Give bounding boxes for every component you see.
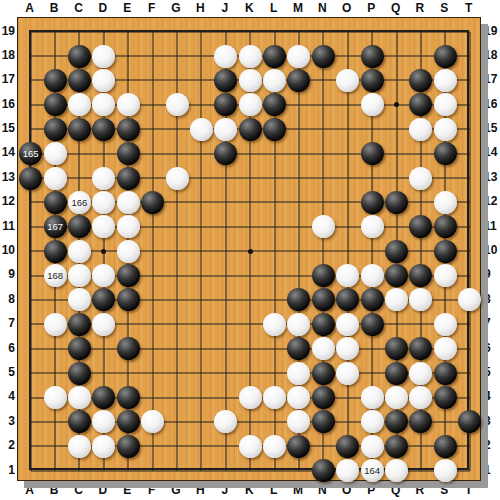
intersection-J9[interactable] bbox=[214, 263, 238, 287]
intersection-A14[interactable]: 165 bbox=[19, 141, 43, 165]
intersection-F19[interactable] bbox=[140, 20, 164, 44]
intersection-O15[interactable] bbox=[336, 117, 360, 141]
intersection-G7[interactable] bbox=[165, 312, 189, 336]
intersection-M9[interactable] bbox=[287, 263, 311, 287]
intersection-O13[interactable] bbox=[336, 166, 360, 190]
intersection-E16[interactable] bbox=[116, 93, 140, 117]
intersection-P12[interactable] bbox=[360, 190, 384, 214]
intersection-K2[interactable] bbox=[238, 434, 262, 458]
intersection-L17[interactable] bbox=[262, 68, 286, 92]
intersection-R15[interactable] bbox=[409, 117, 433, 141]
intersection-A16[interactable] bbox=[19, 93, 43, 117]
intersection-A18[interactable] bbox=[19, 44, 43, 68]
intersection-M5[interactable] bbox=[287, 361, 311, 385]
intersection-L13[interactable] bbox=[262, 166, 286, 190]
intersection-E11[interactable] bbox=[116, 215, 140, 239]
intersection-C12[interactable]: 166 bbox=[67, 190, 91, 214]
intersection-C14[interactable] bbox=[67, 141, 91, 165]
intersection-O18[interactable] bbox=[336, 44, 360, 68]
intersection-N13[interactable] bbox=[311, 166, 335, 190]
intersection-O9[interactable] bbox=[336, 263, 360, 287]
intersection-J17[interactable] bbox=[214, 68, 238, 92]
intersection-G6[interactable] bbox=[165, 337, 189, 361]
intersection-G16[interactable] bbox=[165, 93, 189, 117]
intersection-L14[interactable] bbox=[262, 141, 286, 165]
intersection-D17[interactable] bbox=[92, 68, 116, 92]
intersection-F14[interactable] bbox=[140, 141, 164, 165]
intersection-B8[interactable] bbox=[43, 288, 67, 312]
intersection-Q18[interactable] bbox=[384, 44, 408, 68]
intersection-F7[interactable] bbox=[140, 312, 164, 336]
intersection-H9[interactable] bbox=[189, 263, 213, 287]
intersection-G15[interactable] bbox=[165, 117, 189, 141]
intersection-S4[interactable] bbox=[433, 385, 457, 409]
intersection-C16[interactable] bbox=[67, 93, 91, 117]
intersection-O11[interactable] bbox=[336, 215, 360, 239]
intersection-B1[interactable] bbox=[43, 459, 67, 483]
intersection-L1[interactable] bbox=[262, 459, 286, 483]
intersection-E14[interactable] bbox=[116, 141, 140, 165]
intersection-M17[interactable] bbox=[287, 68, 311, 92]
intersection-J14[interactable] bbox=[214, 141, 238, 165]
intersection-H16[interactable] bbox=[189, 93, 213, 117]
intersection-N6[interactable] bbox=[311, 337, 335, 361]
intersection-C1[interactable] bbox=[67, 459, 91, 483]
intersection-N19[interactable] bbox=[311, 20, 335, 44]
intersection-F1[interactable] bbox=[140, 459, 164, 483]
intersection-K4[interactable] bbox=[238, 385, 262, 409]
intersection-D5[interactable] bbox=[92, 361, 116, 385]
intersection-P4[interactable] bbox=[360, 385, 384, 409]
intersection-B6[interactable] bbox=[43, 337, 67, 361]
intersection-F5[interactable] bbox=[140, 361, 164, 385]
intersection-Q2[interactable] bbox=[384, 434, 408, 458]
intersection-R10[interactable] bbox=[409, 239, 433, 263]
intersection-A17[interactable] bbox=[19, 68, 43, 92]
intersection-Q5[interactable] bbox=[384, 361, 408, 385]
intersection-K17[interactable] bbox=[238, 68, 262, 92]
intersection-T7[interactable] bbox=[458, 312, 482, 336]
intersection-L7[interactable] bbox=[262, 312, 286, 336]
intersection-T8[interactable] bbox=[458, 288, 482, 312]
intersection-G3[interactable] bbox=[165, 410, 189, 434]
intersection-M3[interactable] bbox=[287, 410, 311, 434]
intersection-T5[interactable] bbox=[458, 361, 482, 385]
intersection-B15[interactable] bbox=[43, 117, 67, 141]
intersection-L18[interactable] bbox=[262, 44, 286, 68]
intersection-T12[interactable] bbox=[458, 190, 482, 214]
intersection-B13[interactable] bbox=[43, 166, 67, 190]
intersection-M13[interactable] bbox=[287, 166, 311, 190]
intersection-B17[interactable] bbox=[43, 68, 67, 92]
intersection-G9[interactable] bbox=[165, 263, 189, 287]
intersection-R18[interactable] bbox=[409, 44, 433, 68]
intersection-G12[interactable] bbox=[165, 190, 189, 214]
intersection-P15[interactable] bbox=[360, 117, 384, 141]
intersection-J1[interactable] bbox=[214, 459, 238, 483]
intersection-S15[interactable] bbox=[433, 117, 457, 141]
intersection-L10[interactable] bbox=[262, 239, 286, 263]
intersection-H1[interactable] bbox=[189, 459, 213, 483]
intersection-A12[interactable] bbox=[19, 190, 43, 214]
intersection-S3[interactable] bbox=[433, 410, 457, 434]
intersection-E18[interactable] bbox=[116, 44, 140, 68]
intersection-Q17[interactable] bbox=[384, 68, 408, 92]
intersection-O12[interactable] bbox=[336, 190, 360, 214]
intersection-F6[interactable] bbox=[140, 337, 164, 361]
intersection-N9[interactable] bbox=[311, 263, 335, 287]
intersection-R6[interactable] bbox=[409, 337, 433, 361]
intersection-O2[interactable] bbox=[336, 434, 360, 458]
intersection-L16[interactable] bbox=[262, 93, 286, 117]
intersection-Q7[interactable] bbox=[384, 312, 408, 336]
intersection-G8[interactable] bbox=[165, 288, 189, 312]
intersection-N4[interactable] bbox=[311, 385, 335, 409]
intersection-J6[interactable] bbox=[214, 337, 238, 361]
intersection-Q6[interactable] bbox=[384, 337, 408, 361]
intersection-Q4[interactable] bbox=[384, 385, 408, 409]
intersection-R3[interactable] bbox=[409, 410, 433, 434]
intersection-H18[interactable] bbox=[189, 44, 213, 68]
intersection-B4[interactable] bbox=[43, 385, 67, 409]
intersection-L9[interactable] bbox=[262, 263, 286, 287]
intersection-L11[interactable] bbox=[262, 215, 286, 239]
intersection-N14[interactable] bbox=[311, 141, 335, 165]
intersection-O3[interactable] bbox=[336, 410, 360, 434]
intersection-P18[interactable] bbox=[360, 44, 384, 68]
intersection-T10[interactable] bbox=[458, 239, 482, 263]
intersection-P2[interactable] bbox=[360, 434, 384, 458]
intersection-K18[interactable] bbox=[238, 44, 262, 68]
intersection-N3[interactable] bbox=[311, 410, 335, 434]
intersection-E19[interactable] bbox=[116, 20, 140, 44]
intersection-F13[interactable] bbox=[140, 166, 164, 190]
intersection-S14[interactable] bbox=[433, 141, 457, 165]
intersection-T11[interactable] bbox=[458, 215, 482, 239]
intersection-G17[interactable] bbox=[165, 68, 189, 92]
intersection-K5[interactable] bbox=[238, 361, 262, 385]
intersection-B12[interactable] bbox=[43, 190, 67, 214]
intersection-P16[interactable] bbox=[360, 93, 384, 117]
intersection-H15[interactable] bbox=[189, 117, 213, 141]
intersection-O14[interactable] bbox=[336, 141, 360, 165]
intersection-A19[interactable] bbox=[19, 20, 43, 44]
intersection-N16[interactable] bbox=[311, 93, 335, 117]
intersection-L15[interactable] bbox=[262, 117, 286, 141]
intersection-R13[interactable] bbox=[409, 166, 433, 190]
intersection-A9[interactable] bbox=[19, 263, 43, 287]
intersection-S19[interactable] bbox=[433, 20, 457, 44]
intersection-C11[interactable] bbox=[67, 215, 91, 239]
intersection-B10[interactable] bbox=[43, 239, 67, 263]
intersection-G14[interactable] bbox=[165, 141, 189, 165]
intersection-A4[interactable] bbox=[19, 385, 43, 409]
intersection-J7[interactable] bbox=[214, 312, 238, 336]
intersection-G11[interactable] bbox=[165, 215, 189, 239]
intersection-E4[interactable] bbox=[116, 385, 140, 409]
intersection-T17[interactable] bbox=[458, 68, 482, 92]
intersection-O5[interactable] bbox=[336, 361, 360, 385]
intersection-G2[interactable] bbox=[165, 434, 189, 458]
intersection-R17[interactable] bbox=[409, 68, 433, 92]
intersection-T13[interactable] bbox=[458, 166, 482, 190]
intersection-B18[interactable] bbox=[43, 44, 67, 68]
intersection-Q3[interactable] bbox=[384, 410, 408, 434]
intersection-G5[interactable] bbox=[165, 361, 189, 385]
intersection-F11[interactable] bbox=[140, 215, 164, 239]
intersection-J19[interactable] bbox=[214, 20, 238, 44]
intersection-F10[interactable] bbox=[140, 239, 164, 263]
intersection-K14[interactable] bbox=[238, 141, 262, 165]
intersection-N7[interactable] bbox=[311, 312, 335, 336]
intersection-E15[interactable] bbox=[116, 117, 140, 141]
intersection-M2[interactable] bbox=[287, 434, 311, 458]
intersection-H17[interactable] bbox=[189, 68, 213, 92]
intersection-S5[interactable] bbox=[433, 361, 457, 385]
intersection-B14[interactable] bbox=[43, 141, 67, 165]
intersection-J2[interactable] bbox=[214, 434, 238, 458]
intersection-L19[interactable] bbox=[262, 20, 286, 44]
intersection-H10[interactable] bbox=[189, 239, 213, 263]
intersection-J5[interactable] bbox=[214, 361, 238, 385]
intersection-M19[interactable] bbox=[287, 20, 311, 44]
intersection-P8[interactable] bbox=[360, 288, 384, 312]
intersection-E6[interactable] bbox=[116, 337, 140, 361]
intersection-E5[interactable] bbox=[116, 361, 140, 385]
intersection-J12[interactable] bbox=[214, 190, 238, 214]
intersection-J4[interactable] bbox=[214, 385, 238, 409]
intersection-C5[interactable] bbox=[67, 361, 91, 385]
intersection-M1[interactable] bbox=[287, 459, 311, 483]
intersection-P13[interactable] bbox=[360, 166, 384, 190]
intersection-R16[interactable] bbox=[409, 93, 433, 117]
intersection-L3[interactable] bbox=[262, 410, 286, 434]
intersection-F4[interactable] bbox=[140, 385, 164, 409]
intersection-R4[interactable] bbox=[409, 385, 433, 409]
intersection-F16[interactable] bbox=[140, 93, 164, 117]
intersection-S11[interactable] bbox=[433, 215, 457, 239]
intersection-B19[interactable] bbox=[43, 20, 67, 44]
intersection-C10[interactable] bbox=[67, 239, 91, 263]
intersection-L6[interactable] bbox=[262, 337, 286, 361]
intersection-P5[interactable] bbox=[360, 361, 384, 385]
intersection-P7[interactable] bbox=[360, 312, 384, 336]
intersection-E10[interactable] bbox=[116, 239, 140, 263]
intersection-R1[interactable] bbox=[409, 459, 433, 483]
intersection-A7[interactable] bbox=[19, 312, 43, 336]
intersection-P11[interactable] bbox=[360, 215, 384, 239]
intersection-J10[interactable] bbox=[214, 239, 238, 263]
intersection-Q11[interactable] bbox=[384, 215, 408, 239]
intersection-N8[interactable] bbox=[311, 288, 335, 312]
intersection-A3[interactable] bbox=[19, 410, 43, 434]
intersection-C6[interactable] bbox=[67, 337, 91, 361]
intersection-H8[interactable] bbox=[189, 288, 213, 312]
intersection-S6[interactable] bbox=[433, 337, 457, 361]
intersection-K15[interactable] bbox=[238, 117, 262, 141]
intersection-F12[interactable] bbox=[140, 190, 164, 214]
intersection-E13[interactable] bbox=[116, 166, 140, 190]
intersection-C19[interactable] bbox=[67, 20, 91, 44]
intersection-G4[interactable] bbox=[165, 385, 189, 409]
intersection-K11[interactable] bbox=[238, 215, 262, 239]
intersection-Q16[interactable] bbox=[384, 93, 408, 117]
intersection-C7[interactable] bbox=[67, 312, 91, 336]
intersection-S16[interactable] bbox=[433, 93, 457, 117]
intersection-O16[interactable] bbox=[336, 93, 360, 117]
intersection-C3[interactable] bbox=[67, 410, 91, 434]
intersection-H13[interactable] bbox=[189, 166, 213, 190]
intersection-S2[interactable] bbox=[433, 434, 457, 458]
intersection-K6[interactable] bbox=[238, 337, 262, 361]
intersection-H11[interactable] bbox=[189, 215, 213, 239]
intersection-N1[interactable] bbox=[311, 459, 335, 483]
intersection-H3[interactable] bbox=[189, 410, 213, 434]
intersection-T2[interactable] bbox=[458, 434, 482, 458]
intersection-E2[interactable] bbox=[116, 434, 140, 458]
intersection-J18[interactable] bbox=[214, 44, 238, 68]
intersection-K7[interactable] bbox=[238, 312, 262, 336]
intersection-K8[interactable] bbox=[238, 288, 262, 312]
intersection-S10[interactable] bbox=[433, 239, 457, 263]
intersection-O4[interactable] bbox=[336, 385, 360, 409]
intersection-A11[interactable] bbox=[19, 215, 43, 239]
intersection-L12[interactable] bbox=[262, 190, 286, 214]
intersection-R11[interactable] bbox=[409, 215, 433, 239]
intersection-C13[interactable] bbox=[67, 166, 91, 190]
intersection-A2[interactable] bbox=[19, 434, 43, 458]
intersection-T16[interactable] bbox=[458, 93, 482, 117]
intersection-K13[interactable] bbox=[238, 166, 262, 190]
intersection-E12[interactable] bbox=[116, 190, 140, 214]
intersection-E8[interactable] bbox=[116, 288, 140, 312]
intersection-N12[interactable] bbox=[311, 190, 335, 214]
intersection-T15[interactable] bbox=[458, 117, 482, 141]
intersection-D11[interactable] bbox=[92, 215, 116, 239]
intersection-M16[interactable] bbox=[287, 93, 311, 117]
intersection-L8[interactable] bbox=[262, 288, 286, 312]
intersection-M8[interactable] bbox=[287, 288, 311, 312]
intersection-J16[interactable] bbox=[214, 93, 238, 117]
intersection-O8[interactable] bbox=[336, 288, 360, 312]
intersection-R5[interactable] bbox=[409, 361, 433, 385]
intersection-M6[interactable] bbox=[287, 337, 311, 361]
intersection-T9[interactable] bbox=[458, 263, 482, 287]
intersection-Q13[interactable] bbox=[384, 166, 408, 190]
intersection-P19[interactable] bbox=[360, 20, 384, 44]
intersection-B16[interactable] bbox=[43, 93, 67, 117]
intersection-A1[interactable] bbox=[19, 459, 43, 483]
intersection-J11[interactable] bbox=[214, 215, 238, 239]
intersection-A5[interactable] bbox=[19, 361, 43, 385]
intersection-S12[interactable] bbox=[433, 190, 457, 214]
intersection-N18[interactable] bbox=[311, 44, 335, 68]
intersection-M10[interactable] bbox=[287, 239, 311, 263]
intersection-D14[interactable] bbox=[92, 141, 116, 165]
intersection-G1[interactable] bbox=[165, 459, 189, 483]
intersection-F15[interactable] bbox=[140, 117, 164, 141]
intersection-Q14[interactable] bbox=[384, 141, 408, 165]
intersection-M15[interactable] bbox=[287, 117, 311, 141]
intersection-Q12[interactable] bbox=[384, 190, 408, 214]
intersection-T19[interactable] bbox=[458, 20, 482, 44]
intersection-D15[interactable] bbox=[92, 117, 116, 141]
intersection-O7[interactable] bbox=[336, 312, 360, 336]
intersection-P10[interactable] bbox=[360, 239, 384, 263]
intersection-C9[interactable] bbox=[67, 263, 91, 287]
intersection-Q8[interactable] bbox=[384, 288, 408, 312]
intersection-L2[interactable] bbox=[262, 434, 286, 458]
intersection-C8[interactable] bbox=[67, 288, 91, 312]
intersection-H4[interactable] bbox=[189, 385, 213, 409]
intersection-J8[interactable] bbox=[214, 288, 238, 312]
intersection-E3[interactable] bbox=[116, 410, 140, 434]
intersection-N15[interactable] bbox=[311, 117, 335, 141]
intersection-O17[interactable] bbox=[336, 68, 360, 92]
intersection-T18[interactable] bbox=[458, 44, 482, 68]
intersection-T6[interactable] bbox=[458, 337, 482, 361]
intersection-K1[interactable] bbox=[238, 459, 262, 483]
intersection-T4[interactable] bbox=[458, 385, 482, 409]
intersection-O6[interactable] bbox=[336, 337, 360, 361]
intersection-G18[interactable] bbox=[165, 44, 189, 68]
intersection-A8[interactable] bbox=[19, 288, 43, 312]
intersection-R7[interactable] bbox=[409, 312, 433, 336]
intersection-G19[interactable] bbox=[165, 20, 189, 44]
intersection-E9[interactable] bbox=[116, 263, 140, 287]
intersection-N11[interactable] bbox=[311, 215, 335, 239]
intersection-A10[interactable] bbox=[19, 239, 43, 263]
intersection-H6[interactable] bbox=[189, 337, 213, 361]
intersection-D3[interactable] bbox=[92, 410, 116, 434]
intersection-F9[interactable] bbox=[140, 263, 164, 287]
intersection-P17[interactable] bbox=[360, 68, 384, 92]
intersection-S17[interactable] bbox=[433, 68, 457, 92]
intersection-Q15[interactable] bbox=[384, 117, 408, 141]
intersection-J3[interactable] bbox=[214, 410, 238, 434]
intersection-G10[interactable] bbox=[165, 239, 189, 263]
intersection-H12[interactable] bbox=[189, 190, 213, 214]
intersection-B2[interactable] bbox=[43, 434, 67, 458]
intersection-D8[interactable] bbox=[92, 288, 116, 312]
intersection-R9[interactable] bbox=[409, 263, 433, 287]
intersection-H19[interactable] bbox=[189, 20, 213, 44]
intersection-N10[interactable] bbox=[311, 239, 335, 263]
intersection-C17[interactable] bbox=[67, 68, 91, 92]
intersection-B7[interactable] bbox=[43, 312, 67, 336]
intersection-A13[interactable] bbox=[19, 166, 43, 190]
intersection-O1[interactable] bbox=[336, 459, 360, 483]
intersection-C18[interactable] bbox=[67, 44, 91, 68]
intersection-D13[interactable] bbox=[92, 166, 116, 190]
intersection-B5[interactable] bbox=[43, 361, 67, 385]
intersection-R12[interactable] bbox=[409, 190, 433, 214]
intersection-B3[interactable] bbox=[43, 410, 67, 434]
intersection-E7[interactable] bbox=[116, 312, 140, 336]
intersection-D6[interactable] bbox=[92, 337, 116, 361]
intersection-O10[interactable] bbox=[336, 239, 360, 263]
intersection-M14[interactable] bbox=[287, 141, 311, 165]
intersection-T3[interactable] bbox=[458, 410, 482, 434]
intersection-D1[interactable] bbox=[92, 459, 116, 483]
intersection-P6[interactable] bbox=[360, 337, 384, 361]
intersection-H2[interactable] bbox=[189, 434, 213, 458]
intersection-F3[interactable] bbox=[140, 410, 164, 434]
intersection-E1[interactable] bbox=[116, 459, 140, 483]
intersection-D10[interactable] bbox=[92, 239, 116, 263]
intersection-C15[interactable] bbox=[67, 117, 91, 141]
intersection-S13[interactable] bbox=[433, 166, 457, 190]
